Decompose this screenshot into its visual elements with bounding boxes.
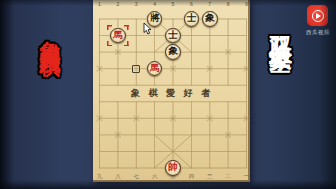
last-move-origin-marker bbox=[132, 65, 140, 73]
title-left: 象棋实用残棋 bbox=[40, 24, 61, 42]
black-elephant-1-glyph: 象 bbox=[205, 14, 215, 24]
piece-layer: 將士象馬士象馬帥 bbox=[90, 11, 255, 177]
title-right: 双马胜士象全 bbox=[269, 17, 292, 35]
black-advisor-2-glyph: 士 bbox=[168, 31, 178, 41]
play-triangle-icon bbox=[316, 13, 321, 19]
black-advisor-1-glyph: 士 bbox=[187, 14, 197, 24]
red-general-glyph: 帥 bbox=[168, 163, 178, 173]
black-elephant-1[interactable]: 象 bbox=[202, 11, 218, 27]
xigua-video-logo-icon bbox=[307, 5, 328, 26]
play-ring-icon bbox=[312, 10, 324, 22]
black-advisor-2[interactable]: 士 bbox=[165, 28, 181, 44]
video-thumbnail: 象棋实用残棋 双马胜士象全 西瓜视频 123456789 九八七六五四三二一 象… bbox=[0, 0, 336, 189]
black-elephant-2-glyph: 象 bbox=[168, 47, 178, 57]
black-elephant-2[interactable]: 象 bbox=[165, 44, 181, 60]
xigua-video-logo-label: 西瓜视频 bbox=[303, 29, 333, 36]
red-horse-1[interactable]: 馬 bbox=[110, 28, 126, 44]
black-general[interactable]: 將 bbox=[147, 11, 163, 27]
black-advisor-1[interactable]: 士 bbox=[184, 11, 200, 27]
red-horse-1-glyph: 馬 bbox=[113, 31, 123, 41]
red-horse-2[interactable]: 馬 bbox=[147, 61, 163, 77]
red-horse-2-glyph: 馬 bbox=[150, 64, 160, 74]
black-general-glyph: 將 bbox=[150, 14, 160, 24]
red-general[interactable]: 帥 bbox=[165, 160, 181, 176]
xiangqi-board[interactable]: 123456789 九八七六五四三二一 象棋愛好者 將士象馬士象馬帥 bbox=[93, 0, 250, 182]
